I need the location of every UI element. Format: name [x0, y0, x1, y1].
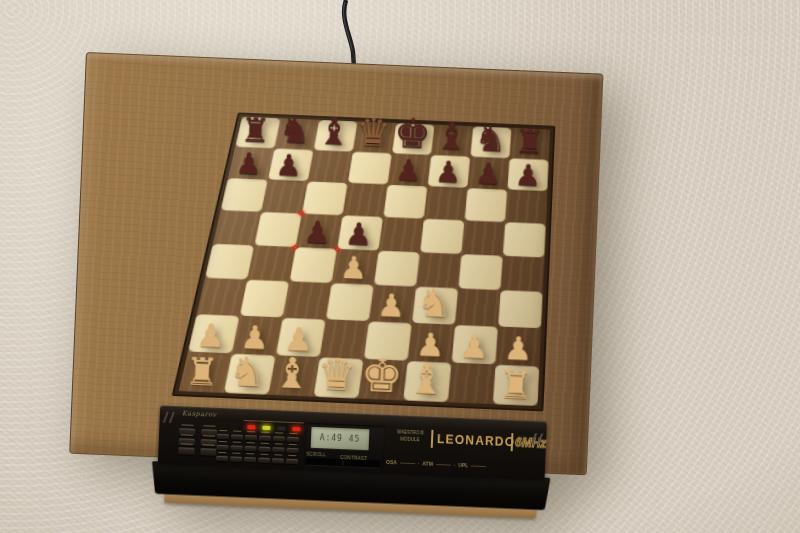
white-pawn-g2[interactable]: ♟: [452, 330, 497, 364]
scroll-label: SCROLL: [306, 452, 326, 458]
black-knight-g8[interactable]: ♞: [470, 120, 511, 157]
square-c6[interactable]: [302, 181, 348, 215]
square-f6[interactable]: [424, 186, 468, 220]
leonardo-brand: LEONARDO: [437, 432, 510, 449]
black-pawn-d5[interactable]: ♟: [337, 217, 380, 249]
square-d7[interactable]: [348, 152, 392, 185]
square-b6[interactable]: [261, 179, 308, 213]
black-pawn-a7[interactable]: ♟: [228, 148, 269, 179]
square-h7[interactable]: ♟: [507, 158, 548, 191]
panel-key[interactable]: [200, 448, 216, 456]
white-pawn-d4[interactable]: ♟: [332, 252, 376, 285]
square-h2[interactable]: ♟: [495, 327, 541, 367]
function-key[interactable]: [272, 458, 284, 463]
square-d1[interactable]: ♛: [313, 357, 363, 398]
white-pawn-e3[interactable]: ♟: [369, 289, 413, 322]
vent-line: [163, 412, 169, 423]
panel-led-yellow: [262, 426, 270, 430]
panel-led-off: [277, 426, 285, 430]
square-b5[interactable]: [254, 212, 302, 247]
function-key[interactable]: [231, 434, 243, 439]
black-rook-h8[interactable]: ♜: [510, 124, 551, 159]
square-g8[interactable]: ♞: [470, 126, 511, 158]
black-knight-b8[interactable]: ♞: [275, 112, 316, 149]
square-g7[interactable]: ♟: [467, 157, 509, 190]
square-f1[interactable]: ♝: [403, 361, 451, 402]
panel-key[interactable]: [178, 447, 194, 455]
square-h3[interactable]: [498, 290, 543, 328]
module-label-line2: MODULE: [391, 435, 429, 444]
function-key[interactable]: [258, 447, 270, 452]
function-key[interactable]: [259, 436, 271, 441]
square-e4[interactable]: [374, 250, 420, 287]
square-h5[interactable]: [503, 222, 546, 257]
white-king-e1[interactable]: ♚: [358, 351, 405, 400]
square-h4[interactable]: [500, 256, 544, 293]
white-rook-h1[interactable]: ♜: [493, 365, 539, 405]
square-d3[interactable]: [326, 283, 374, 321]
function-key[interactable]: [216, 456, 228, 461]
carpet-background: ♜♞♝♛♚♝♞♜♟♟♟♟♟♟♟♟♟♟♞♟♟♟♟♟♟♜♞♝♛♚♝♜ Kasparo…: [0, 0, 800, 533]
function-key[interactable]: [244, 446, 256, 451]
function-key[interactable]: [272, 447, 284, 452]
square-g5[interactable]: [461, 220, 505, 255]
black-rook-a8[interactable]: ♜: [235, 113, 276, 148]
black-pawn-g7[interactable]: ♟: [468, 158, 509, 189]
function-key[interactable]: [273, 436, 285, 441]
square-c7[interactable]: [308, 150, 353, 183]
kasparov-logo: Kasparov: [182, 409, 217, 418]
black-pawn-c5[interactable]: ♟: [296, 216, 339, 248]
white-pawn-a2[interactable]: ♟: [188, 319, 233, 353]
square-d5[interactable]: ♟: [337, 215, 383, 250]
square-a5[interactable]: [213, 210, 261, 245]
led-labels-strip: [244, 420, 304, 424]
square-b7[interactable]: ♟: [268, 148, 314, 181]
lcd-display: A:49 45: [311, 427, 370, 450]
square-a6[interactable]: [221, 178, 268, 212]
white-knight-b1[interactable]: ♞: [224, 351, 271, 394]
square-h6[interactable]: [505, 189, 547, 223]
function-key[interactable]: [258, 458, 270, 463]
square-a3[interactable]: [197, 278, 248, 316]
board-led: [299, 211, 304, 215]
function-key[interactable]: [244, 457, 256, 462]
function-key[interactable]: [230, 445, 242, 450]
square-g3[interactable]: [455, 289, 501, 327]
function-key[interactable]: [216, 445, 228, 450]
lcd-text: A:49 45: [311, 426, 370, 452]
square-g1[interactable]: [448, 363, 496, 404]
function-key[interactable]: [286, 459, 298, 464]
black-pawn-e7[interactable]: ♟: [388, 154, 429, 185]
black-pawn-f7[interactable]: ♟: [428, 156, 469, 187]
panel-led-red: [247, 425, 255, 429]
square-b3[interactable]: [240, 280, 290, 318]
square-e3[interactable]: ♟: [369, 285, 416, 323]
black-king-e8[interactable]: ♚: [392, 112, 433, 155]
feature-fine-print: OSA · ATM · UPL: [386, 459, 544, 472]
black-bishop-f8[interactable]: ♝: [431, 118, 472, 156]
lcd-module: A:49 45 SCROLL CONTRAST: [304, 423, 386, 469]
white-bishop-f1[interactable]: ♝: [403, 358, 450, 402]
square-b8[interactable]: ♞: [274, 118, 319, 150]
square-d8[interactable]: ♛: [353, 122, 396, 154]
function-key[interactable]: [245, 435, 257, 440]
square-e6[interactable]: [383, 184, 427, 218]
atm-label: ATM: [422, 460, 433, 466]
square-h8[interactable]: ♜: [509, 128, 550, 160]
white-pawn-h2[interactable]: ♟: [495, 332, 540, 366]
square-d4[interactable]: ♟: [332, 249, 379, 286]
white-knight-f3[interactable]: ♞: [412, 283, 457, 324]
square-f3[interactable]: ♞: [412, 287, 458, 325]
square-h1[interactable]: ♜: [493, 365, 540, 406]
chess-board: ♜♞♝♛♚♝♞♜♟♟♟♟♟♟♟♟♟♟♞♟♟♟♟♟♟♜♞♝♛♚♝♜: [172, 113, 556, 412]
divider-bar: [431, 430, 433, 448]
vent-line: [169, 412, 175, 423]
square-f8[interactable]: ♝: [431, 125, 473, 157]
function-key[interactable]: [286, 448, 298, 453]
square-f5[interactable]: [420, 218, 464, 253]
square-e1[interactable]: ♚: [358, 359, 407, 400]
black-bishop-c8[interactable]: ♝: [314, 113, 355, 151]
square-g2[interactable]: ♟: [452, 325, 499, 365]
panel-led-red: [292, 427, 300, 431]
white-queen-d1[interactable]: ♛: [314, 352, 361, 398]
square-c4[interactable]: [289, 247, 337, 284]
square-c1[interactable]: ♝: [269, 355, 320, 396]
white-bishop-c1[interactable]: ♝: [269, 352, 316, 396]
module-label: MAESTRO B MODULE: [391, 428, 430, 444]
control-drawer: Kasparov A:49 45 SCROLL CONTRAST MAESTRO…: [156, 405, 547, 531]
square-e5[interactable]: [379, 217, 424, 252]
function-key[interactable]: [287, 437, 299, 442]
square-e8[interactable]: ♚: [392, 123, 435, 155]
square-c8[interactable]: ♝: [314, 120, 358, 152]
square-b4[interactable]: [247, 245, 296, 282]
chess-computer: ♜♞♝♛♚♝♞♜♟♟♟♟♟♟♟♟♟♟♞♟♟♟♟♟♟♜♞♝♛♚♝♜ Kasparo…: [66, 52, 605, 533]
black-pawn-b7[interactable]: ♟: [268, 149, 309, 180]
function-key[interactable]: [230, 456, 242, 461]
square-d6[interactable]: [343, 183, 388, 217]
square-c3[interactable]: [283, 282, 332, 320]
black-pawn-h7[interactable]: ♟: [507, 159, 548, 190]
contrast-slider-slot[interactable]: [306, 458, 380, 468]
osa-label: OSA: [386, 459, 397, 465]
white-rook-a1[interactable]: ♜: [179, 352, 225, 392]
function-key[interactable]: [217, 434, 229, 439]
square-a4[interactable]: [205, 243, 254, 280]
square-g4[interactable]: [458, 254, 503, 291]
square-e7[interactable]: ♟: [388, 153, 431, 186]
board-grid: ♜♞♝♛♚♝♞♜♟♟♟♟♟♟♟♟♟♟♞♟♟♟♟♟♟♜♞♝♛♚♝♜: [179, 117, 550, 406]
square-g6[interactable]: [465, 188, 508, 222]
square-c5[interactable]: ♟: [296, 213, 343, 248]
square-f7[interactable]: ♟: [428, 155, 471, 188]
black-queen-d8[interactable]: ♛: [353, 113, 394, 153]
upl-label: UPL: [458, 462, 468, 468]
